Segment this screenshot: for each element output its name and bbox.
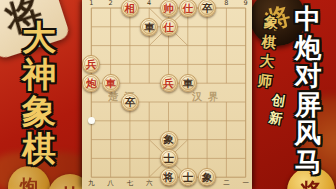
piece-character: 相 [125,3,136,14]
column-label-top: 9 [244,0,248,7]
piece-character: 車 [144,22,155,33]
title-character: 炮 [290,34,326,63]
title-character: 大 [19,19,59,56]
piece-character: 卒 [202,3,213,14]
column-label-top: 4 [147,0,151,7]
piece-black-車[interactable]: 車 [179,74,197,92]
piece-red-相[interactable]: 相 [121,0,139,17]
column-label-bottom: 八 [107,180,114,187]
column-label-bottom: 一 [242,180,249,187]
title-character: 大 [255,51,279,73]
piece-character: 仕 [183,3,194,14]
title-character: 象 [19,93,59,130]
title-character: 神 [19,56,59,93]
title-character: 棋 [257,31,281,53]
piece-black-将[interactable]: 将 [160,168,178,186]
piece-black-卒[interactable]: 卒 [121,93,139,111]
title-character: 师 [253,70,277,92]
title-character: 屏 [290,91,326,120]
title-character: 风 [290,119,326,148]
piece-black-士[interactable]: 士 [160,149,178,167]
column-label-bottom: 七 [127,180,134,187]
title-character: 象 [259,12,283,34]
column-label-bottom: 二 [223,180,230,187]
piece-black-車[interactable]: 車 [140,18,158,36]
piece-character: 象 [163,134,174,145]
right-banner-title: 中炮对屏风马 [290,5,326,176]
title-character: 新 [264,108,286,128]
piece-character: 兵 [163,78,174,89]
piece-red-仕[interactable]: 仕 [179,0,197,17]
title-character: 对 [290,62,326,91]
app-screenshot: 将 炮 帅 将 将 楚河 汉界 123456789九八七六五四三二一相帅仕卒車仕… [0,0,336,189]
xiangqi-board[interactable]: 楚河 汉界 123456789九八七六五四三二一相帅仕卒車仕兵炮車兵車卒象士将士… [82,0,252,189]
piece-character: 将 [163,172,174,183]
piece-character: 象 [202,172,213,183]
piece-black-象[interactable]: 象 [160,131,178,149]
piece-character: 士 [183,172,194,183]
piece-red-仕[interactable]: 仕 [160,18,178,36]
piece-character: 車 [105,78,116,89]
piece-red-車[interactable]: 車 [102,74,120,92]
piece-character: 車 [183,78,194,89]
piece-character: 帅 [163,3,174,14]
piece-red-帅[interactable]: 帅 [160,0,178,17]
column-label-bottom: 九 [88,180,95,187]
column-label-top: 1 [89,0,93,7]
title-character: 马 [290,148,326,177]
column-label-top: 8 [224,0,228,7]
piece-black-士[interactable]: 士 [179,168,197,186]
piece-red-兵[interactable]: 兵 [160,74,178,92]
title-character: 棋 [19,130,59,167]
column-label-top: 2 [109,0,113,7]
piece-character: 炮 [86,78,97,89]
piece-character: 兵 [86,59,97,70]
piece-character: 卒 [125,97,136,108]
left-banner-title: 大神象棋 [19,19,59,167]
river-text-right: 汉界 [192,90,224,104]
title-character: 中 [290,5,326,34]
column-label-bottom: 六 [146,180,153,187]
piece-character: 仕 [163,22,174,33]
piece-character: 士 [163,153,174,164]
credit-text-innovation: 创新 [264,91,289,129]
